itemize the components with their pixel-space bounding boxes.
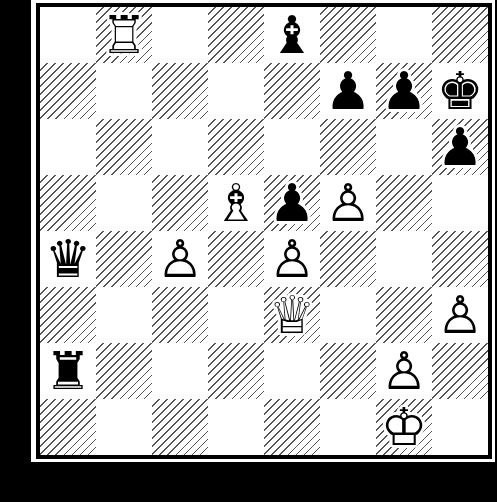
square-c6[interactable]: [152, 119, 208, 175]
white-pawn-c4: ♙: [152, 231, 208, 287]
board-plate: ♜♖♝♝♟♟♟♟♚♚♟♟♝♗♟♟♟♙♛♛♟♙♟♙♛♕♟♙♜♜♟♙♚♔: [31, 0, 495, 462]
board-frame: ♜♖♝♝♟♟♟♟♚♚♟♟♝♗♟♟♟♙♛♛♟♙♟♙♛♕♟♙♜♜♟♙♚♔: [36, 3, 492, 459]
black-queen-halo: ♛: [40, 231, 96, 287]
square-c1[interactable]: [152, 399, 208, 455]
square-b3[interactable]: [96, 287, 152, 343]
black-pawn-halo: ♟: [264, 175, 320, 231]
white-pawn-f5: ♙: [320, 175, 376, 231]
square-f2[interactable]: [320, 343, 376, 399]
square-a5[interactable]: [40, 175, 96, 231]
black-pawn-halo: ♟: [376, 63, 432, 119]
square-d1[interactable]: [208, 399, 264, 455]
black-pawn-h6: ♟: [432, 119, 488, 175]
square-h7[interactable]: ♚♚: [432, 63, 488, 119]
square-c4[interactable]: ♟♙: [152, 231, 208, 287]
square-g1[interactable]: ♚♔: [376, 399, 432, 455]
white-pawn-halo: ♟: [320, 175, 376, 231]
square-c2[interactable]: [152, 343, 208, 399]
square-a7[interactable]: [40, 63, 96, 119]
square-e2[interactable]: [264, 343, 320, 399]
square-g5[interactable]: [376, 175, 432, 231]
white-queen-halo: ♛: [264, 287, 320, 343]
white-king-halo: ♚: [376, 399, 432, 455]
black-pawn-halo: ♟: [320, 63, 376, 119]
square-c5[interactable]: [152, 175, 208, 231]
white-rook-b8: ♖: [96, 7, 152, 63]
square-g7[interactable]: ♟♟: [376, 63, 432, 119]
white-king-g1: ♔: [376, 399, 432, 455]
square-d7[interactable]: [208, 63, 264, 119]
square-b2[interactable]: [96, 343, 152, 399]
square-g4[interactable]: [376, 231, 432, 287]
white-pawn-halo: ♟: [152, 231, 208, 287]
square-g8[interactable]: [376, 7, 432, 63]
black-bishop-e8: ♝: [264, 7, 320, 63]
page-background: ♜♖♝♝♟♟♟♟♚♚♟♟♝♗♟♟♟♙♛♛♟♙♟♙♛♕♟♙♜♜♟♙♚♔: [0, 0, 497, 502]
square-d4[interactable]: [208, 231, 264, 287]
white-pawn-halo: ♟: [432, 287, 488, 343]
black-queen-a4: ♛: [40, 231, 96, 287]
square-a3[interactable]: [40, 287, 96, 343]
square-h6[interactable]: ♟♟: [432, 119, 488, 175]
white-bishop-halo: ♝: [208, 175, 264, 231]
square-d8[interactable]: [208, 7, 264, 63]
square-d3[interactable]: [208, 287, 264, 343]
square-f6[interactable]: [320, 119, 376, 175]
white-queen-e3: ♕: [264, 287, 320, 343]
black-king-h7: ♚: [432, 63, 488, 119]
white-bishop-d5: ♗: [208, 175, 264, 231]
black-rook-a2: ♜: [40, 343, 96, 399]
square-h8[interactable]: [432, 7, 488, 63]
square-d2[interactable]: [208, 343, 264, 399]
square-c8[interactable]: [152, 7, 208, 63]
square-f5[interactable]: ♟♙: [320, 175, 376, 231]
square-a1[interactable]: [40, 399, 96, 455]
square-e8[interactable]: ♝♝: [264, 7, 320, 63]
square-a4[interactable]: ♛♛: [40, 231, 96, 287]
square-b1[interactable]: [96, 399, 152, 455]
square-f1[interactable]: [320, 399, 376, 455]
square-d5[interactable]: ♝♗: [208, 175, 264, 231]
black-rook-halo: ♜: [40, 343, 96, 399]
white-pawn-h3: ♙: [432, 287, 488, 343]
black-bishop-halo: ♝: [264, 7, 320, 63]
square-b8[interactable]: ♜♖: [96, 7, 152, 63]
square-e6[interactable]: [264, 119, 320, 175]
square-a8[interactable]: [40, 7, 96, 63]
square-g3[interactable]: [376, 287, 432, 343]
square-g6[interactable]: [376, 119, 432, 175]
black-pawn-g7: ♟: [376, 63, 432, 119]
square-h5[interactable]: [432, 175, 488, 231]
square-b6[interactable]: [96, 119, 152, 175]
white-pawn-g2: ♙: [376, 343, 432, 399]
square-a2[interactable]: ♜♜: [40, 343, 96, 399]
white-pawn-e4: ♙: [264, 231, 320, 287]
square-a6[interactable]: [40, 119, 96, 175]
white-pawn-halo: ♟: [264, 231, 320, 287]
square-c7[interactable]: [152, 63, 208, 119]
square-b5[interactable]: [96, 175, 152, 231]
square-f7[interactable]: ♟♟: [320, 63, 376, 119]
square-e1[interactable]: [264, 399, 320, 455]
square-h4[interactable]: [432, 231, 488, 287]
black-king-halo: ♚: [432, 63, 488, 119]
square-d6[interactable]: [208, 119, 264, 175]
white-rook-halo: ♜: [96, 7, 152, 63]
square-h2[interactable]: [432, 343, 488, 399]
chess-board: ♜♖♝♝♟♟♟♟♚♚♟♟♝♗♟♟♟♙♛♛♟♙♟♙♛♕♟♙♜♜♟♙♚♔: [40, 7, 488, 455]
square-h3[interactable]: ♟♙: [432, 287, 488, 343]
square-g2[interactable]: ♟♙: [376, 343, 432, 399]
white-pawn-halo: ♟: [376, 343, 432, 399]
square-e3[interactable]: ♛♕: [264, 287, 320, 343]
black-pawn-halo: ♟: [432, 119, 488, 175]
square-e4[interactable]: ♟♙: [264, 231, 320, 287]
square-b4[interactable]: [96, 231, 152, 287]
black-pawn-f7: ♟: [320, 63, 376, 119]
black-pawn-e5: ♟: [264, 175, 320, 231]
square-b7[interactable]: [96, 63, 152, 119]
square-f8[interactable]: [320, 7, 376, 63]
square-h1[interactable]: [432, 399, 488, 455]
square-c3[interactable]: [152, 287, 208, 343]
square-f4[interactable]: [320, 231, 376, 287]
square-e7[interactable]: [264, 63, 320, 119]
square-f3[interactable]: [320, 287, 376, 343]
square-e5[interactable]: ♟♟: [264, 175, 320, 231]
